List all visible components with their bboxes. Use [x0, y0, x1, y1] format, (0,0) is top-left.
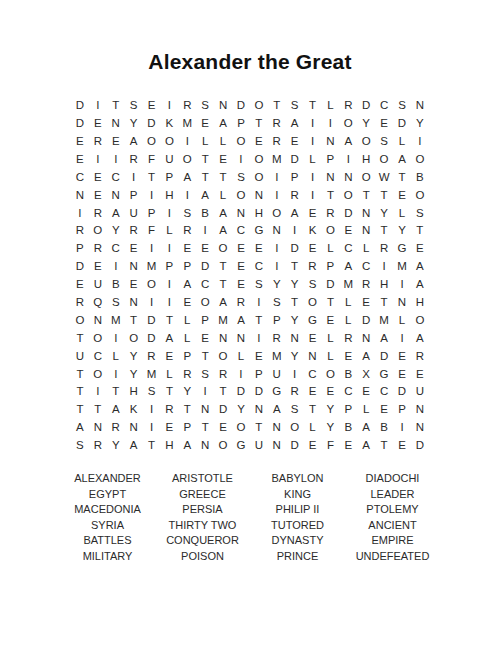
grid-cell-r11c13[interactable]: Y	[286, 276, 304, 294]
grid-cell-r2c7[interactable]: M	[178, 115, 196, 133]
grid-cell-r15c14[interactable]: N	[304, 347, 322, 365]
grid-cell-r6c4[interactable]: P	[125, 186, 143, 204]
grid-cell-r7c8[interactable]: B	[196, 204, 214, 222]
grid-cell-r11c14[interactable]: S	[304, 276, 322, 294]
grid-cell-r6c16[interactable]: O	[339, 186, 357, 204]
grid-cell-r17c10[interactable]: D	[232, 383, 250, 401]
grid-cell-r8c18[interactable]: T	[375, 222, 393, 240]
grid-cell-r17c4[interactable]: H	[125, 383, 143, 401]
grid-cell-r10c15[interactable]: P	[321, 258, 339, 276]
grid-cell-r19c12[interactable]: N	[268, 419, 286, 437]
grid-cell-r14c10[interactable]: N	[232, 330, 250, 348]
grid-cell-r16c19[interactable]: E	[393, 365, 411, 383]
grid-cell-r4c1[interactable]: E	[71, 151, 89, 169]
grid-cell-r18c11[interactable]: N	[250, 401, 268, 419]
grid-cell-r11c16[interactable]: M	[339, 276, 357, 294]
grid-cell-r20c9[interactable]: O	[214, 437, 232, 455]
grid-cell-r15c4[interactable]: Y	[125, 347, 143, 365]
grid-cell-r4c12[interactable]: M	[268, 151, 286, 169]
grid-cell-r8c13[interactable]: I	[286, 222, 304, 240]
grid-cell-r3c10[interactable]: O	[232, 133, 250, 151]
grid-cell-r5c9[interactable]: T	[214, 169, 232, 187]
grid-cell-r14c20[interactable]: A	[411, 330, 429, 348]
grid-cell-r7c17[interactable]: N	[357, 204, 375, 222]
grid-cell-r14c19[interactable]: I	[393, 330, 411, 348]
grid-cell-r8c1[interactable]: R	[71, 222, 89, 240]
grid-cell-r17c16[interactable]: C	[339, 383, 357, 401]
grid-cell-r15c11[interactable]: E	[250, 347, 268, 365]
grid-cell-r12c10[interactable]: R	[232, 294, 250, 312]
grid-cell-r5c8[interactable]: T	[196, 169, 214, 187]
grid-cell-r16c5[interactable]: M	[143, 365, 161, 383]
grid-cell-r10c9[interactable]: T	[214, 258, 232, 276]
grid-cell-r4c15[interactable]: P	[321, 151, 339, 169]
grid-cell-r3c19[interactable]: L	[393, 133, 411, 151]
grid-cell-r18c15[interactable]: Y	[321, 401, 339, 419]
grid-cell-r8c7[interactable]: R	[178, 222, 196, 240]
grid-cell-r1c5[interactable]: E	[143, 97, 161, 115]
grid-cell-r6c7[interactable]: I	[178, 186, 196, 204]
grid-cell-r17c20[interactable]: U	[411, 383, 429, 401]
grid-cell-r16c4[interactable]: Y	[125, 365, 143, 383]
grid-cell-r16c3[interactable]: I	[107, 365, 125, 383]
grid-cell-r19c3[interactable]: R	[107, 419, 125, 437]
grid-cell-r13c19[interactable]: L	[393, 312, 411, 330]
grid-cell-r9c8[interactable]: E	[196, 240, 214, 258]
grid-cell-r15c6[interactable]: E	[160, 347, 178, 365]
grid-cell-r19c9[interactable]: E	[214, 419, 232, 437]
grid-cell-r18c5[interactable]: I	[143, 401, 161, 419]
grid-cell-r20c6[interactable]: H	[160, 437, 178, 455]
grid-cell-r11c18[interactable]: H	[375, 276, 393, 294]
grid-cell-r10c10[interactable]: E	[232, 258, 250, 276]
grid-cell-r19c1[interactable]: A	[71, 419, 89, 437]
grid-cell-r19c20[interactable]: N	[411, 419, 429, 437]
grid-cell-r12c12[interactable]: S	[268, 294, 286, 312]
grid-cell-r13c8[interactable]: P	[196, 312, 214, 330]
grid-cell-r18c1[interactable]: T	[71, 401, 89, 419]
grid-cell-r15c3[interactable]: L	[107, 347, 125, 365]
grid-cell-r11c4[interactable]: E	[125, 276, 143, 294]
grid-cell-r12c9[interactable]: A	[214, 294, 232, 312]
grid-cell-r20c4[interactable]: A	[125, 437, 143, 455]
grid-cell-r18c12[interactable]: A	[268, 401, 286, 419]
grid-cell-r15c17[interactable]: A	[357, 347, 375, 365]
grid-cell-r7c3[interactable]: A	[107, 204, 125, 222]
grid-cell-r11c5[interactable]: O	[143, 276, 161, 294]
grid-cell-r17c6[interactable]: T	[160, 383, 178, 401]
grid-cell-r6c20[interactable]: O	[411, 186, 429, 204]
grid-cell-r3c18[interactable]: S	[375, 133, 393, 151]
grid-cell-r18c16[interactable]: P	[339, 401, 357, 419]
grid-cell-r3c7[interactable]: I	[178, 133, 196, 151]
grid-cell-r11c9[interactable]: T	[214, 276, 232, 294]
grid-cell-r14c18[interactable]: A	[375, 330, 393, 348]
grid-cell-r12c5[interactable]: I	[143, 294, 161, 312]
grid-cell-r13c12[interactable]: P	[268, 312, 286, 330]
grid-cell-r14c9[interactable]: N	[214, 330, 232, 348]
grid-cell-r9c5[interactable]: I	[143, 240, 161, 258]
grid-cell-r9c11[interactable]: E	[250, 240, 268, 258]
grid-cell-r3c16[interactable]: A	[339, 133, 357, 151]
grid-cell-r2c5[interactable]: D	[143, 115, 161, 133]
grid-cell-r7c20[interactable]: S	[411, 204, 429, 222]
grid-cell-r16c20[interactable]: E	[411, 365, 429, 383]
grid-cell-r17c2[interactable]: I	[89, 383, 107, 401]
grid-cell-r1c7[interactable]: R	[178, 97, 196, 115]
grid-cell-r19c19[interactable]: I	[393, 419, 411, 437]
grid-cell-r6c11[interactable]: N	[250, 186, 268, 204]
grid-cell-r18c7[interactable]: T	[178, 401, 196, 419]
grid-cell-r10c3[interactable]: I	[107, 258, 125, 276]
grid-cell-r4c5[interactable]: F	[143, 151, 161, 169]
grid-cell-r1c19[interactable]: S	[393, 97, 411, 115]
grid-cell-r4c2[interactable]: I	[89, 151, 107, 169]
grid-cell-r18c2[interactable]: T	[89, 401, 107, 419]
grid-cell-r15c2[interactable]: C	[89, 347, 107, 365]
grid-cell-r1c18[interactable]: C	[375, 97, 393, 115]
grid-cell-r14c1[interactable]: T	[71, 330, 89, 348]
grid-cell-r2c9[interactable]: A	[214, 115, 232, 133]
grid-cell-r7c16[interactable]: D	[339, 204, 357, 222]
grid-cell-r15c10[interactable]: L	[232, 347, 250, 365]
grid-cell-r8c20[interactable]: T	[411, 222, 429, 240]
grid-cell-r18c18[interactable]: E	[375, 401, 393, 419]
grid-cell-r2c12[interactable]: R	[268, 115, 286, 133]
grid-cell-r9c7[interactable]: E	[178, 240, 196, 258]
grid-cell-r18c19[interactable]: P	[393, 401, 411, 419]
grid-cell-r2c2[interactable]: E	[89, 115, 107, 133]
grid-cell-r9c13[interactable]: D	[286, 240, 304, 258]
grid-cell-r11c17[interactable]: R	[357, 276, 375, 294]
grid-cell-r15c13[interactable]: Y	[286, 347, 304, 365]
grid-cell-r1c15[interactable]: L	[321, 97, 339, 115]
grid-cell-r10c5[interactable]: M	[143, 258, 161, 276]
grid-cell-r9c3[interactable]: C	[107, 240, 125, 258]
grid-cell-r13c18[interactable]: M	[375, 312, 393, 330]
grid-cell-r20c14[interactable]: E	[304, 437, 322, 455]
grid-cell-r10c18[interactable]: I	[375, 258, 393, 276]
grid-cell-r6c2[interactable]: E	[89, 186, 107, 204]
grid-cell-r12c7[interactable]: E	[178, 294, 196, 312]
grid-cell-r19c4[interactable]: N	[125, 419, 143, 437]
grid-cell-r10c12[interactable]: I	[268, 258, 286, 276]
grid-cell-r3c17[interactable]: O	[357, 133, 375, 151]
grid-cell-r16c8[interactable]: S	[196, 365, 214, 383]
grid-cell-r5c5[interactable]: T	[143, 169, 161, 187]
grid-cell-r12c2[interactable]: Q	[89, 294, 107, 312]
grid-cell-r7c11[interactable]: H	[250, 204, 268, 222]
grid-cell-r9c9[interactable]: O	[214, 240, 232, 258]
grid-cell-r18c6[interactable]: R	[160, 401, 178, 419]
grid-cell-r2c17[interactable]: Y	[357, 115, 375, 133]
grid-cell-r10c20[interactable]: A	[411, 258, 429, 276]
grid-cell-r8c15[interactable]: O	[321, 222, 339, 240]
grid-cell-r11c8[interactable]: C	[196, 276, 214, 294]
grid-cell-r4c16[interactable]: I	[339, 151, 357, 169]
grid-cell-r10c2[interactable]: E	[89, 258, 107, 276]
grid-cell-r1c4[interactable]: S	[125, 97, 143, 115]
grid-cell-r9c17[interactable]: L	[357, 240, 375, 258]
grid-cell-r10c17[interactable]: C	[357, 258, 375, 276]
grid-cell-r6c17[interactable]: T	[357, 186, 375, 204]
grid-cell-r1c13[interactable]: S	[286, 97, 304, 115]
grid-cell-r15c7[interactable]: P	[178, 347, 196, 365]
grid-cell-r6c8[interactable]: A	[196, 186, 214, 204]
grid-cell-r14c11[interactable]: I	[250, 330, 268, 348]
grid-cell-r8c8[interactable]: I	[196, 222, 214, 240]
grid-cell-r19c10[interactable]: O	[232, 419, 250, 437]
grid-cell-r17c15[interactable]: E	[321, 383, 339, 401]
grid-cell-r14c8[interactable]: E	[196, 330, 214, 348]
grid-cell-r5c17[interactable]: O	[357, 169, 375, 187]
grid-cell-r5c6[interactable]: P	[160, 169, 178, 187]
grid-cell-r9c6[interactable]: I	[160, 240, 178, 258]
grid-cell-r8c6[interactable]: L	[160, 222, 178, 240]
grid-cell-r3c8[interactable]: L	[196, 133, 214, 151]
grid-cell-r19c13[interactable]: O	[286, 419, 304, 437]
grid-cell-r1c3[interactable]: T	[107, 97, 125, 115]
grid-cell-r4c6[interactable]: U	[160, 151, 178, 169]
grid-cell-r14c14[interactable]: E	[304, 330, 322, 348]
grid-cell-r7c9[interactable]: A	[214, 204, 232, 222]
grid-cell-r11c20[interactable]: A	[411, 276, 429, 294]
grid-cell-r11c3[interactable]: B	[107, 276, 125, 294]
grid-cell-r14c12[interactable]: R	[268, 330, 286, 348]
grid-cell-r1c6[interactable]: I	[160, 97, 178, 115]
grid-cell-r17c17[interactable]: E	[357, 383, 375, 401]
grid-cell-r12c15[interactable]: T	[321, 294, 339, 312]
grid-cell-r5c3[interactable]: C	[107, 169, 125, 187]
grid-cell-r4c17[interactable]: H	[357, 151, 375, 169]
grid-cell-r7c19[interactable]: L	[393, 204, 411, 222]
grid-cell-r13c1[interactable]: O	[71, 312, 89, 330]
grid-cell-r2c1[interactable]: D	[71, 115, 89, 133]
grid-cell-r5c2[interactable]: E	[89, 169, 107, 187]
grid-cell-r5c13[interactable]: P	[286, 169, 304, 187]
grid-cell-r10c1[interactable]: D	[71, 258, 89, 276]
grid-cell-r3c6[interactable]: O	[160, 133, 178, 151]
grid-cell-r4c20[interactable]: O	[411, 151, 429, 169]
grid-cell-r14c5[interactable]: D	[143, 330, 161, 348]
grid-cell-r4c8[interactable]: T	[196, 151, 214, 169]
grid-cell-r20c10[interactable]: G	[232, 437, 250, 455]
grid-cell-r2c18[interactable]: E	[375, 115, 393, 133]
grid-cell-r1c8[interactable]: S	[196, 97, 214, 115]
grid-cell-r16c15[interactable]: O	[321, 365, 339, 383]
grid-cell-r17c13[interactable]: R	[286, 383, 304, 401]
grid-cell-r10c14[interactable]: R	[304, 258, 322, 276]
grid-cell-r20c12[interactable]: N	[268, 437, 286, 455]
grid-cell-r3c4[interactable]: A	[125, 133, 143, 151]
grid-cell-r9c20[interactable]: E	[411, 240, 429, 258]
grid-cell-r6c12[interactable]: I	[268, 186, 286, 204]
grid-cell-r7c4[interactable]: U	[125, 204, 143, 222]
grid-cell-r6c3[interactable]: N	[107, 186, 125, 204]
grid-cell-r20c5[interactable]: T	[143, 437, 161, 455]
grid-cell-r7c5[interactable]: P	[143, 204, 161, 222]
grid-cell-r8c17[interactable]: N	[357, 222, 375, 240]
grid-cell-r5c10[interactable]: S	[232, 169, 250, 187]
grid-cell-r12c13[interactable]: T	[286, 294, 304, 312]
grid-cell-r1c12[interactable]: T	[268, 97, 286, 115]
grid-cell-r13c6[interactable]: T	[160, 312, 178, 330]
grid-cell-r11c15[interactable]: D	[321, 276, 339, 294]
grid-cell-r7c13[interactable]: A	[286, 204, 304, 222]
grid-cell-r9c2[interactable]: R	[89, 240, 107, 258]
grid-cell-r10c13[interactable]: T	[286, 258, 304, 276]
grid-cell-r17c8[interactable]: I	[196, 383, 214, 401]
grid-cell-r4c4[interactable]: R	[125, 151, 143, 169]
grid-cell-r8c5[interactable]: F	[143, 222, 161, 240]
grid-cell-r5c12[interactable]: I	[268, 169, 286, 187]
grid-cell-r16c12[interactable]: U	[268, 365, 286, 383]
grid-cell-r4c14[interactable]: L	[304, 151, 322, 169]
grid-cell-r20c3[interactable]: Y	[107, 437, 125, 455]
grid-cell-r8c9[interactable]: A	[214, 222, 232, 240]
grid-cell-r13c3[interactable]: M	[107, 312, 125, 330]
grid-cell-r16c17[interactable]: X	[357, 365, 375, 383]
grid-cell-r5c7[interactable]: A	[178, 169, 196, 187]
grid-cell-r19c17[interactable]: A	[357, 419, 375, 437]
grid-cell-r12c3[interactable]: S	[107, 294, 125, 312]
grid-cell-r8c2[interactable]: O	[89, 222, 107, 240]
grid-cell-r13c5[interactable]: D	[143, 312, 161, 330]
grid-cell-r9c1[interactable]: P	[71, 240, 89, 258]
grid-cell-r14c7[interactable]: L	[178, 330, 196, 348]
grid-cell-r14c6[interactable]: A	[160, 330, 178, 348]
grid-cell-r6c13[interactable]: R	[286, 186, 304, 204]
grid-cell-r13c17[interactable]: D	[357, 312, 375, 330]
grid-cell-r2c10[interactable]: P	[232, 115, 250, 133]
grid-cell-r6c9[interactable]: L	[214, 186, 232, 204]
grid-cell-r18c20[interactable]: N	[411, 401, 429, 419]
grid-cell-r13c20[interactable]: O	[411, 312, 429, 330]
grid-cell-r2c3[interactable]: N	[107, 115, 125, 133]
grid-cell-r7c14[interactable]: E	[304, 204, 322, 222]
grid-cell-r18c3[interactable]: A	[107, 401, 125, 419]
grid-cell-r14c15[interactable]: L	[321, 330, 339, 348]
grid-cell-r6c10[interactable]: O	[232, 186, 250, 204]
grid-cell-r13c2[interactable]: N	[89, 312, 107, 330]
grid-cell-r20c13[interactable]: D	[286, 437, 304, 455]
grid-cell-r16c7[interactable]: R	[178, 365, 196, 383]
grid-cell-r9c19[interactable]: G	[393, 240, 411, 258]
grid-cell-r5c19[interactable]: T	[393, 169, 411, 187]
grid-cell-r7c6[interactable]: I	[160, 204, 178, 222]
grid-cell-r5c11[interactable]: O	[250, 169, 268, 187]
grid-cell-r18c13[interactable]: S	[286, 401, 304, 419]
grid-cell-r5c4[interactable]: I	[125, 169, 143, 187]
grid-cell-r11c19[interactable]: I	[393, 276, 411, 294]
grid-cell-r15c19[interactable]: E	[393, 347, 411, 365]
grid-cell-r7c15[interactable]: R	[321, 204, 339, 222]
grid-cell-r12c19[interactable]: N	[393, 294, 411, 312]
grid-cell-r10c11[interactable]: C	[250, 258, 268, 276]
grid-cell-r15c9[interactable]: O	[214, 347, 232, 365]
grid-cell-r18c9[interactable]: D	[214, 401, 232, 419]
grid-cell-r10c19[interactable]: M	[393, 258, 411, 276]
grid-cell-r11c11[interactable]: S	[250, 276, 268, 294]
grid-cell-r18c4[interactable]: K	[125, 401, 143, 419]
grid-cell-r10c6[interactable]: P	[160, 258, 178, 276]
grid-cell-r19c11[interactable]: T	[250, 419, 268, 437]
grid-cell-r1c2[interactable]: I	[89, 97, 107, 115]
grid-cell-r14c2[interactable]: O	[89, 330, 107, 348]
grid-cell-r14c16[interactable]: R	[339, 330, 357, 348]
grid-cell-r13c7[interactable]: L	[178, 312, 196, 330]
grid-cell-r16c6[interactable]: L	[160, 365, 178, 383]
grid-cell-r19c15[interactable]: Y	[321, 419, 339, 437]
grid-cell-r19c18[interactable]: B	[375, 419, 393, 437]
grid-cell-r6c1[interactable]: N	[71, 186, 89, 204]
grid-cell-r18c10[interactable]: Y	[232, 401, 250, 419]
grid-cell-r4c18[interactable]: O	[375, 151, 393, 169]
grid-cell-r18c14[interactable]: T	[304, 401, 322, 419]
grid-cell-r20c2[interactable]: R	[89, 437, 107, 455]
grid-cell-r6c5[interactable]: I	[143, 186, 161, 204]
grid-cell-r17c19[interactable]: D	[393, 383, 411, 401]
grid-cell-r19c7[interactable]: P	[178, 419, 196, 437]
grid-cell-r9c18[interactable]: R	[375, 240, 393, 258]
grid-cell-r1c20[interactable]: N	[411, 97, 429, 115]
grid-cell-r17c18[interactable]: C	[375, 383, 393, 401]
grid-cell-r10c7[interactable]: P	[178, 258, 196, 276]
grid-cell-r5c20[interactable]: B	[411, 169, 429, 187]
grid-cell-r15c8[interactable]: T	[196, 347, 214, 365]
grid-cell-r9c16[interactable]: C	[339, 240, 357, 258]
grid-cell-r16c11[interactable]: P	[250, 365, 268, 383]
grid-cell-r13c10[interactable]: A	[232, 312, 250, 330]
grid-cell-r13c9[interactable]: M	[214, 312, 232, 330]
grid-cell-r8c10[interactable]: C	[232, 222, 250, 240]
grid-cell-r3c11[interactable]: E	[250, 133, 268, 151]
grid-cell-r7c12[interactable]: O	[268, 204, 286, 222]
grid-cell-r11c7[interactable]: A	[178, 276, 196, 294]
grid-cell-r9c12[interactable]: I	[268, 240, 286, 258]
grid-cell-r16c16[interactable]: B	[339, 365, 357, 383]
grid-cell-r17c7[interactable]: Y	[178, 383, 196, 401]
grid-cell-r4c9[interactable]: E	[214, 151, 232, 169]
grid-cell-r2c15[interactable]: I	[321, 115, 339, 133]
grid-cell-r7c7[interactable]: S	[178, 204, 196, 222]
grid-cell-r1c16[interactable]: R	[339, 97, 357, 115]
grid-cell-r16c14[interactable]: C	[304, 365, 322, 383]
grid-cell-r11c1[interactable]: E	[71, 276, 89, 294]
grid-cell-r12c16[interactable]: L	[339, 294, 357, 312]
grid-cell-r6c19[interactable]: E	[393, 186, 411, 204]
grid-cell-r20c1[interactable]: S	[71, 437, 89, 455]
grid-cell-r18c17[interactable]: L	[357, 401, 375, 419]
grid-cell-r16c2[interactable]: O	[89, 365, 107, 383]
grid-cell-r7c10[interactable]: N	[232, 204, 250, 222]
grid-cell-r20c17[interactable]: A	[357, 437, 375, 455]
grid-cell-r4c11[interactable]: O	[250, 151, 268, 169]
grid-cell-r13c14[interactable]: G	[304, 312, 322, 330]
grid-cell-r11c2[interactable]: U	[89, 276, 107, 294]
grid-cell-r16c9[interactable]: R	[214, 365, 232, 383]
grid-cell-r19c6[interactable]: E	[160, 419, 178, 437]
grid-cell-r12c20[interactable]: H	[411, 294, 429, 312]
grid-cell-r3c20[interactable]: I	[411, 133, 429, 151]
grid-cell-r12c17[interactable]: E	[357, 294, 375, 312]
grid-cell-r8c19[interactable]: Y	[393, 222, 411, 240]
grid-cell-r5c14[interactable]: I	[304, 169, 322, 187]
grid-cell-r17c14[interactable]: E	[304, 383, 322, 401]
grid-cell-r9c15[interactable]: L	[321, 240, 339, 258]
grid-cell-r15c1[interactable]: U	[71, 347, 89, 365]
grid-cell-r3c15[interactable]: N	[321, 133, 339, 151]
